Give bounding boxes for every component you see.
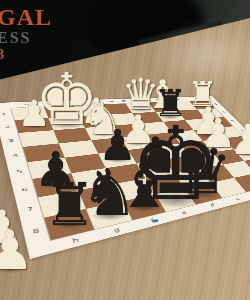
piece-shadow	[53, 220, 86, 228]
piece-shadow	[143, 166, 168, 172]
piece-shadow	[237, 151, 250, 157]
logo-line-3: 8	[0, 48, 52, 62]
piece-shadow	[87, 120, 106, 125]
piece-shadow	[90, 130, 115, 136]
piece-shadow	[129, 106, 153, 112]
piece-shadow	[47, 119, 86, 129]
piece-shadow	[24, 124, 44, 129]
piece-shadow	[193, 103, 212, 108]
event-logo: GAL ESS 8	[0, 5, 52, 62]
piece-shadow	[106, 157, 129, 163]
piece-shadow	[127, 203, 162, 212]
piece-shadow	[152, 105, 174, 110]
logo-line-2: ESS	[0, 30, 52, 46]
piece-shadow	[0, 240, 15, 246]
piece-shadow	[92, 211, 128, 220]
piece-shadow	[42, 182, 68, 189]
piece-shadow	[207, 143, 229, 149]
piece-shadow	[127, 140, 149, 146]
photo-scene: hhggffeeddccbbaa1122334455667788 ♜♝♛♜♟♚♟…	[0, 0, 250, 300]
piece-shadow	[0, 265, 25, 273]
piece-shadow	[198, 133, 219, 138]
piece-shadow	[160, 114, 180, 119]
logo-line-1: GAL	[0, 5, 52, 29]
